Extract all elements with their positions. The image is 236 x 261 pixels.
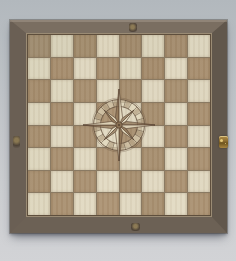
board-square <box>188 58 210 80</box>
board-square <box>165 35 187 57</box>
board-square <box>120 148 142 170</box>
board-square <box>74 80 96 102</box>
board-square <box>188 80 210 102</box>
board-square <box>97 35 119 57</box>
board-square <box>142 126 164 148</box>
board-square <box>165 148 187 170</box>
board-square <box>51 126 73 148</box>
board-square <box>51 193 73 215</box>
frame-marker-west-icon <box>13 136 20 148</box>
board-square <box>74 35 96 57</box>
board-square <box>165 126 187 148</box>
board-square <box>51 148 73 170</box>
board-square <box>142 193 164 215</box>
board-square <box>165 193 187 215</box>
board-frame <box>10 20 227 233</box>
board-square <box>51 171 73 193</box>
board-square <box>188 171 210 193</box>
board-square <box>97 103 119 125</box>
board-square <box>165 103 187 125</box>
board-square <box>28 171 50 193</box>
board-square <box>188 193 210 215</box>
board-square <box>28 80 50 102</box>
board-square <box>142 35 164 57</box>
frame-marker-south-icon <box>131 223 140 231</box>
board-square <box>28 148 50 170</box>
board-square <box>97 80 119 102</box>
board-square <box>120 35 142 57</box>
board-square <box>74 193 96 215</box>
board-square <box>28 193 50 215</box>
board-square <box>120 126 142 148</box>
board-square <box>74 171 96 193</box>
board-square <box>28 103 50 125</box>
board-square <box>142 58 164 80</box>
photo-scene <box>0 0 236 261</box>
board-square <box>51 58 73 80</box>
board-square <box>188 103 210 125</box>
board-square <box>28 35 50 57</box>
board-square <box>188 148 210 170</box>
board-square <box>51 35 73 57</box>
board-square <box>165 58 187 80</box>
board-square <box>142 103 164 125</box>
board-square <box>28 126 50 148</box>
board-square <box>188 35 210 57</box>
board-square <box>120 193 142 215</box>
frame-marker-north-icon <box>129 23 137 32</box>
board-square <box>97 148 119 170</box>
frame-brass-clasp-east-icon <box>219 136 228 148</box>
board-square <box>74 58 96 80</box>
board-square <box>97 193 119 215</box>
board-square <box>120 103 142 125</box>
chess-board <box>28 35 210 215</box>
board-square <box>142 148 164 170</box>
board-square <box>51 80 73 102</box>
board-square <box>120 58 142 80</box>
board-square <box>74 126 96 148</box>
board-square <box>28 58 50 80</box>
board-square <box>97 126 119 148</box>
board-square <box>74 148 96 170</box>
board-square <box>188 126 210 148</box>
board-square <box>165 80 187 102</box>
board-square <box>120 171 142 193</box>
board-square <box>142 171 164 193</box>
board-square <box>97 171 119 193</box>
board-square <box>142 80 164 102</box>
board-square <box>120 80 142 102</box>
board-square <box>74 103 96 125</box>
board-square <box>165 171 187 193</box>
board-square <box>51 103 73 125</box>
frame-inner-lip <box>26 33 212 217</box>
board-square <box>97 58 119 80</box>
